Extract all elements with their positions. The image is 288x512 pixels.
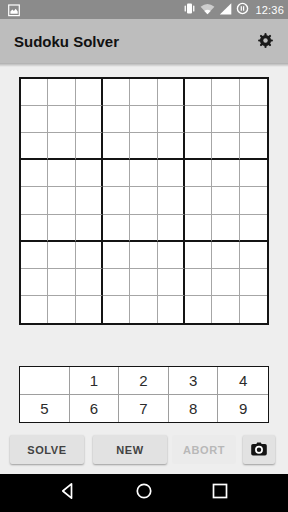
sudoku-cell-r7c7[interactable] — [185, 242, 212, 269]
sudoku-cell-r7c6[interactable] — [158, 242, 185, 269]
sudoku-cell-r1c9[interactable] — [240, 79, 267, 106]
sudoku-cell-r5c1[interactable] — [21, 187, 48, 214]
sudoku-cell-r2c9[interactable] — [240, 106, 267, 133]
sudoku-cell-r4c5[interactable] — [130, 160, 157, 187]
sudoku-cell-r4c1[interactable] — [21, 160, 48, 187]
sudoku-cell-r8c1[interactable] — [21, 269, 48, 296]
sudoku-cell-r6c5[interactable] — [130, 215, 157, 242]
pad-cell-9[interactable]: 9 — [218, 395, 268, 423]
sudoku-cell-r4c6[interactable] — [158, 160, 185, 187]
sudoku-cell-r3c7[interactable] — [185, 133, 212, 160]
sudoku-cell-r3c9[interactable] — [240, 133, 267, 160]
page-title: Sudoku Solver — [14, 33, 119, 50]
sudoku-cell-r3c2[interactable] — [48, 133, 75, 160]
vibrate-icon — [183, 1, 196, 19]
clock: 12:36 — [253, 4, 284, 16]
sudoku-cell-r9c2[interactable] — [48, 296, 75, 323]
sudoku-cell-r4c9[interactable] — [240, 160, 267, 187]
sudoku-cell-r2c8[interactable] — [212, 106, 239, 133]
pad-cell-7[interactable]: 7 — [119, 395, 169, 423]
sudoku-cell-r7c8[interactable] — [212, 242, 239, 269]
number-pad: 123456789 — [19, 366, 269, 423]
sudoku-cell-r1c8[interactable] — [212, 79, 239, 106]
pad-cell-1[interactable]: 1 — [70, 367, 120, 395]
sudoku-cell-r6c3[interactable] — [76, 215, 103, 242]
sudoku-cell-r3c5[interactable] — [130, 133, 157, 160]
solve-button[interactable]: SOLVE — [10, 435, 84, 464]
status-bar: 12:36 — [0, 0, 288, 19]
sudoku-cell-r8c9[interactable] — [240, 269, 267, 296]
sudoku-cell-r1c6[interactable] — [158, 79, 185, 106]
sudoku-cell-r8c4[interactable] — [103, 269, 130, 296]
back-icon[interactable] — [57, 481, 77, 505]
new-button[interactable]: NEW — [93, 435, 167, 464]
sudoku-cell-r7c9[interactable] — [240, 242, 267, 269]
sudoku-cell-r3c8[interactable] — [212, 133, 239, 160]
sudoku-cell-r6c6[interactable] — [158, 215, 185, 242]
pad-cell-3[interactable]: 3 — [169, 367, 219, 395]
sudoku-cell-r1c1[interactable] — [21, 79, 48, 106]
sudoku-cell-r9c3[interactable] — [76, 296, 103, 323]
app-bar: Sudoku Solver — [0, 19, 288, 63]
sudoku-cell-r7c4[interactable] — [103, 242, 130, 269]
sudoku-cell-r3c4[interactable] — [103, 133, 130, 160]
sudoku-cell-r1c2[interactable] — [48, 79, 75, 106]
sudoku-cell-r3c6[interactable] — [158, 133, 185, 160]
sudoku-cell-r2c5[interactable] — [130, 106, 157, 133]
sudoku-cell-r8c6[interactable] — [158, 269, 185, 296]
camera-button[interactable] — [243, 435, 275, 464]
sudoku-cell-r8c3[interactable] — [76, 269, 103, 296]
sudoku-cell-r5c6[interactable] — [158, 187, 185, 214]
sudoku-cell-r2c2[interactable] — [48, 106, 75, 133]
sudoku-cell-r9c1[interactable] — [21, 296, 48, 323]
sudoku-grid — [19, 77, 269, 325]
home-icon[interactable] — [135, 482, 153, 504]
sudoku-cell-r2c6[interactable] — [158, 106, 185, 133]
pad-cell-blank[interactable] — [20, 367, 70, 395]
sudoku-cell-r9c4[interactable] — [103, 296, 130, 323]
sudoku-cell-r5c5[interactable] — [130, 187, 157, 214]
sudoku-cell-r4c7[interactable] — [185, 160, 212, 187]
sudoku-cell-r5c2[interactable] — [48, 187, 75, 214]
sudoku-cell-r5c4[interactable] — [103, 187, 130, 214]
pad-cell-5[interactable]: 5 — [20, 395, 70, 423]
sudoku-cell-r1c4[interactable] — [103, 79, 130, 106]
signal-icon — [219, 1, 232, 19]
settings-gear-icon[interactable] — [257, 32, 274, 49]
navigation-bar — [0, 474, 288, 512]
sudoku-cell-r9c5[interactable] — [130, 296, 157, 323]
sudoku-cell-r3c1[interactable] — [21, 133, 48, 160]
sudoku-cell-r9c6[interactable] — [158, 296, 185, 323]
sudoku-cell-r6c2[interactable] — [48, 215, 75, 242]
sudoku-cell-r3c3[interactable] — [76, 133, 103, 160]
abort-button[interactable]: ABORT — [172, 435, 236, 464]
sudoku-cell-r6c7[interactable] — [185, 215, 212, 242]
sudoku-cell-r4c4[interactable] — [103, 160, 130, 187]
sudoku-cell-r7c3[interactable] — [76, 242, 103, 269]
pad-cell-2[interactable]: 2 — [119, 367, 169, 395]
sudoku-cell-r4c3[interactable] — [76, 160, 103, 187]
sudoku-cell-r5c8[interactable] — [212, 187, 239, 214]
camera-icon — [250, 441, 268, 459]
sudoku-cell-r9c9[interactable] — [240, 296, 267, 323]
sudoku-cell-r4c2[interactable] — [48, 160, 75, 187]
sudoku-cell-r7c5[interactable] — [130, 242, 157, 269]
sudoku-cell-r6c8[interactable] — [212, 215, 239, 242]
sudoku-cell-r1c3[interactable] — [76, 79, 103, 106]
sudoku-cell-r2c4[interactable] — [103, 106, 130, 133]
data-saver-circle-icon — [236, 1, 249, 19]
sudoku-cell-r8c5[interactable] — [130, 269, 157, 296]
sudoku-cell-r6c1[interactable] — [21, 215, 48, 242]
sudoku-cell-r1c7[interactable] — [185, 79, 212, 106]
wifi-icon — [200, 1, 215, 19]
sudoku-cell-r4c8[interactable] — [212, 160, 239, 187]
sudoku-cell-r8c2[interactable] — [48, 269, 75, 296]
sudoku-cell-r9c7[interactable] — [185, 296, 212, 323]
sudoku-cell-r2c3[interactable] — [76, 106, 103, 133]
app-bar-shadow — [0, 63, 288, 67]
sudoku-cell-r6c9[interactable] — [240, 215, 267, 242]
sudoku-cell-r8c7[interactable] — [185, 269, 212, 296]
pad-cell-4[interactable]: 4 — [218, 367, 268, 395]
status-icons: 12:36 — [183, 0, 284, 19]
sudoku-cell-r5c3[interactable] — [76, 187, 103, 214]
sudoku-cell-r1c5[interactable] — [130, 79, 157, 106]
screen: 12:36 Sudoku Solver 123456789 SOLVE NEW … — [0, 0, 288, 512]
sudoku-cell-r6c4[interactable] — [103, 215, 130, 242]
sudoku-cell-r5c9[interactable] — [240, 187, 267, 214]
sudoku-cell-r7c2[interactable] — [48, 242, 75, 269]
recents-icon[interactable] — [212, 483, 228, 503]
pad-cell-8[interactable]: 8 — [169, 395, 219, 423]
sudoku-cell-r7c1[interactable] — [21, 242, 48, 269]
sudoku-cell-r9c8[interactable] — [212, 296, 239, 323]
sudoku-cell-r8c8[interactable] — [212, 269, 239, 296]
sudoku-cell-r2c1[interactable] — [21, 106, 48, 133]
sudoku-cell-r2c7[interactable] — [185, 106, 212, 133]
sudoku-cell-r5c7[interactable] — [185, 187, 212, 214]
pad-cell-6[interactable]: 6 — [70, 395, 120, 423]
